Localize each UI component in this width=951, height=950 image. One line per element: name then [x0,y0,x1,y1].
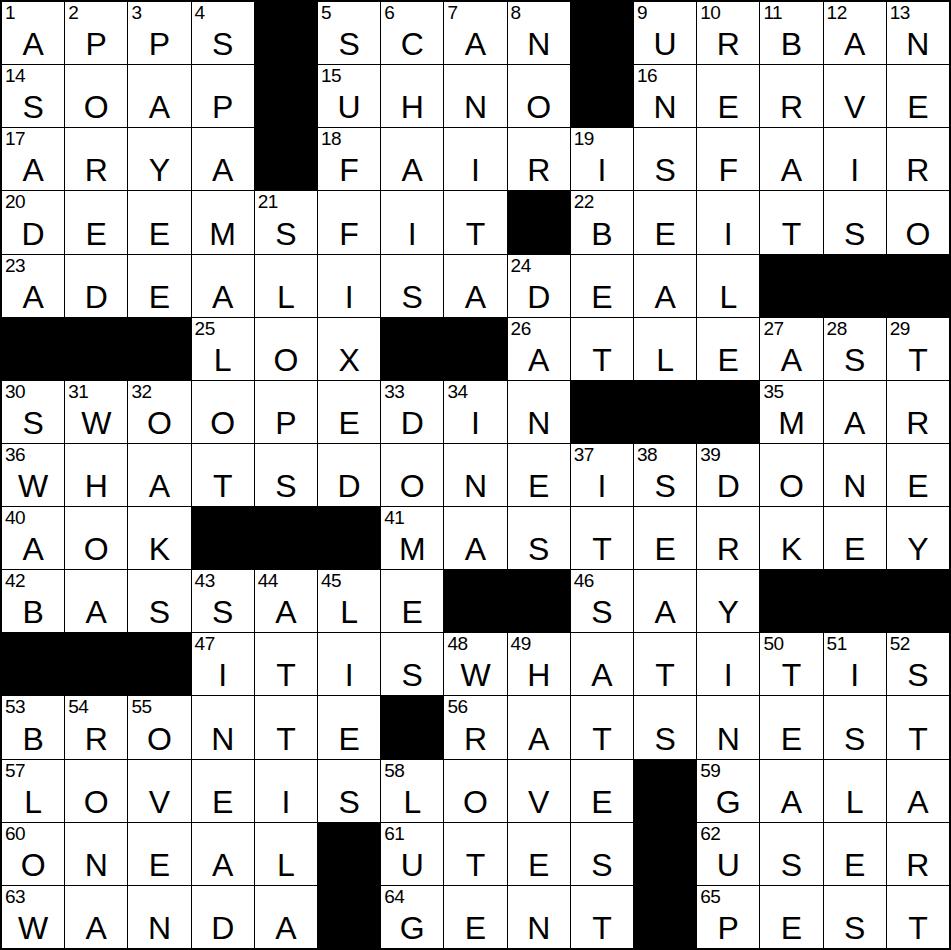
cell-letter: D [318,470,380,502]
cell-letter: M [760,407,822,439]
cell-letter: Y [887,533,949,565]
cell-letter: Y [697,596,759,628]
grid-cell-r15c13[interactable]: E [760,886,822,948]
clue-number: 38 [637,445,657,465]
grid-cell-r7c8[interactable]: 34I [444,381,506,443]
grid-cell-r10c3[interactable]: S [128,570,190,632]
cell-letter: L [824,786,886,818]
clue-number: 44 [258,571,278,591]
clue-number: 5 [321,3,331,23]
clue-number: 6 [384,3,394,23]
cell-letter: O [65,533,127,565]
grid-cell-r5c5[interactable]: L [255,255,317,317]
black-square [444,318,506,380]
grid-cell-r13c4[interactable]: E [192,760,254,822]
clue-number: 28 [827,319,847,339]
cell-letter: O [192,407,254,439]
grid-cell-r2c4[interactable]: P [192,65,254,127]
grid-cell-r4c13[interactable]: T [760,191,822,253]
grid-cell-r14c12[interactable]: 62U [697,823,759,885]
cell-letter: T [444,218,506,250]
cell-letter: I [444,407,506,439]
grid-cell-r7c15[interactable]: R [887,381,949,443]
grid-cell-r5c9[interactable]: 24D [508,255,570,317]
grid-cell-r14c9[interactable]: E [508,823,570,885]
cell-letter: S [508,533,570,565]
black-square [318,823,380,885]
grid-cell-r15c7[interactable]: 64G [381,886,443,948]
grid-cell-r5c2[interactable]: D [65,255,127,317]
cell-letter: I [381,218,443,250]
clue-number: 52 [890,634,910,654]
cell-letter: I [192,659,254,691]
grid-cell-r14c10[interactable]: S [571,823,633,885]
grid-cell-r7c1[interactable]: 30S [2,381,64,443]
grid-cell-r11c15[interactable]: 52S [887,633,949,695]
grid-cell-r1c2[interactable]: 2P [65,2,127,64]
grid-cell-r7c14[interactable]: A [824,381,886,443]
cell-letter: T [571,533,633,565]
cell-letter: W [2,912,64,944]
black-square [634,886,696,948]
grid-cell-r13c13[interactable]: A [760,760,822,822]
grid-cell-r12c13[interactable]: E [760,696,822,758]
grid-cell-r13c7[interactable]: 58L [381,760,443,822]
grid-cell-r1c11[interactable]: 9U [634,2,696,64]
grid-cell-r9c8[interactable]: A [444,507,506,569]
grid-cell-r10c4[interactable]: 43S [192,570,254,632]
clue-number: 2 [68,3,78,23]
grid-cell-r3c11[interactable]: S [634,128,696,190]
grid-cell-r15c8[interactable]: E [444,886,506,948]
grid-cell-r13c2[interactable]: O [65,760,127,822]
grid-cell-r8c1[interactable]: 36W [2,444,64,506]
grid-cell-r11c4[interactable]: 47I [192,633,254,695]
grid-cell-r11c12[interactable]: I [697,633,759,695]
grid-cell-r11c5[interactable]: T [255,633,317,695]
grid-cell-r2c14[interactable]: V [824,65,886,127]
grid-cell-r14c15[interactable]: R [887,823,949,885]
grid-cell-r14c8[interactable]: T [444,823,506,885]
cell-letter: E [697,91,759,123]
grid-cell-r8c3[interactable]: A [128,444,190,506]
black-square [381,696,443,758]
grid-cell-r13c14[interactable]: L [824,760,886,822]
grid-cell-r15c4[interactable]: D [192,886,254,948]
black-square [192,507,254,569]
cell-letter: A [2,281,64,313]
grid-cell-r9c11[interactable]: E [634,507,696,569]
cell-letter: H [65,470,127,502]
grid-cell-r4c3[interactable]: E [128,191,190,253]
grid-cell-r13c5[interactable]: I [255,760,317,822]
cell-letter: O [508,91,570,123]
grid-cell-r8c4[interactable]: T [192,444,254,506]
grid-cell-r6c5[interactable]: O [255,318,317,380]
grid-cell-r11c6[interactable]: I [318,633,380,695]
cell-letter: T [444,849,506,881]
clue-number: 3 [131,3,141,23]
grid-cell-r13c10[interactable]: E [571,760,633,822]
grid-cell-r3c14[interactable]: I [824,128,886,190]
clue-number: 29 [890,319,910,339]
cell-letter: T [760,218,822,250]
grid-cell-r7c13[interactable]: 35M [760,381,822,443]
cell-letter: D [508,281,570,313]
grid-cell-r3c8[interactable]: I [444,128,506,190]
grid-cell-r7c7[interactable]: 33D [381,381,443,443]
grid-cell-r14c2[interactable]: N [65,823,127,885]
grid-cell-r13c1[interactable]: 57L [2,760,64,822]
cell-letter: A [444,533,506,565]
grid-cell-r5c4[interactable]: A [192,255,254,317]
grid-cell-r8c10[interactable]: 37I [571,444,633,506]
grid-cell-r7c3[interactable]: 32O [128,381,190,443]
grid-cell-r12c12[interactable]: N [697,696,759,758]
cell-letter: A [760,786,822,818]
grid-cell-r3c2[interactable]: R [65,128,127,190]
clue-number: 26 [511,319,531,339]
clue-number: 55 [131,697,151,717]
cell-letter: P [192,91,254,123]
grid-cell-r12c4[interactable]: N [192,696,254,758]
grid-cell-r10c5[interactable]: 44A [255,570,317,632]
grid-cell-r11c13[interactable]: 50T [760,633,822,695]
cell-letter: E [634,218,696,250]
grid-cell-r12c5[interactable]: T [255,696,317,758]
grid-cell-r1c14[interactable]: 12A [824,2,886,64]
grid-cell-r15c9[interactable]: N [508,886,570,948]
cell-letter: S [824,218,886,250]
grid-cell-r6c13[interactable]: 27A [760,318,822,380]
grid-cell-r6c14[interactable]: 28S [824,318,886,380]
grid-cell-r9c14[interactable]: E [824,507,886,569]
clue-number: 12 [827,3,847,23]
grid-cell-r11c10[interactable]: A [571,633,633,695]
grid-cell-r2c8[interactable]: N [444,65,506,127]
grid-cell-r3c15[interactable]: R [887,128,949,190]
cell-letter: E [760,912,822,944]
grid-cell-r3c12[interactable]: F [697,128,759,190]
clue-number: 18 [321,129,341,149]
grid-cell-r10c7[interactable]: E [381,570,443,632]
grid-cell-r2c12[interactable]: E [697,65,759,127]
cell-letter: E [128,281,190,313]
crossword-grid: 1A2P3P4S5S6C7A8N9U10R11B12A13N14SOAP15UH… [0,0,951,950]
cell-letter: S [255,470,317,502]
grid-cell-r8c12[interactable]: 39D [697,444,759,506]
grid-cell-r6c12[interactable]: E [697,318,759,380]
grid-cell-r6c10[interactable]: T [571,318,633,380]
grid-cell-r14c14[interactable]: E [824,823,886,885]
cell-letter: E [824,849,886,881]
cell-letter: B [2,596,64,628]
grid-cell-r15c5[interactable]: A [255,886,317,948]
black-square [2,318,64,380]
black-square [255,2,317,64]
grid-cell-r3c3[interactable]: Y [128,128,190,190]
grid-cell-r12c8[interactable]: 56R [444,696,506,758]
grid-cell-r12c3[interactable]: 55O [128,696,190,758]
cell-letter: P [255,407,317,439]
grid-cell-r2c1[interactable]: 14S [2,65,64,127]
clue-number: 19 [574,129,594,149]
black-square [318,507,380,569]
cell-letter: T [887,723,949,755]
grid-cell-r1c4[interactable]: 4S [192,2,254,64]
cell-letter: I [824,659,886,691]
grid-cell-r13c15[interactable]: A [887,760,949,822]
black-square [128,318,190,380]
clue-number: 47 [195,634,215,654]
grid-cell-r4c7[interactable]: I [381,191,443,253]
grid-cell-r7c5[interactable]: P [255,381,317,443]
black-square [634,381,696,443]
grid-cell-r2c9[interactable]: O [508,65,570,127]
cell-letter: E [508,849,570,881]
grid-cell-r3c9[interactable]: R [508,128,570,190]
grid-cell-r1c6[interactable]: 5S [318,2,380,64]
grid-cell-r12c1[interactable]: 53B [2,696,64,758]
grid-cell-r10c6[interactable]: 45L [318,570,380,632]
grid-cell-r5c10[interactable]: E [571,255,633,317]
cell-letter: R [65,723,127,755]
cell-letter: E [65,218,127,250]
cell-letter: O [444,786,506,818]
grid-cell-r8c8[interactable]: N [444,444,506,506]
grid-cell-r13c6[interactable]: S [318,760,380,822]
clue-number: 53 [5,697,25,717]
grid-cell-r7c2[interactable]: 31W [65,381,127,443]
grid-cell-r6c4[interactable]: 25L [192,318,254,380]
cell-letter: R [887,407,949,439]
cell-letter: A [65,912,127,944]
grid-cell-r2c15[interactable]: E [887,65,949,127]
cell-letter: T [760,659,822,691]
grid-cell-r2c3[interactable]: A [128,65,190,127]
clue-number: 21 [258,192,278,212]
grid-cell-r9c1[interactable]: 40A [2,507,64,569]
grid-cell-r6c11[interactable]: L [634,318,696,380]
grid-cell-r1c1[interactable]: 1A [2,2,64,64]
grid-cell-r4c5[interactable]: 21S [255,191,317,253]
grid-cell-r12c10[interactable]: T [571,696,633,758]
grid-cell-r10c2[interactable]: A [65,570,127,632]
grid-cell-r1c13[interactable]: 11B [760,2,822,64]
grid-cell-r5c11[interactable]: A [634,255,696,317]
clue-number: 30 [5,382,25,402]
grid-cell-r10c10[interactable]: 46S [571,570,633,632]
grid-cell-r4c14[interactable]: S [824,191,886,253]
grid-cell-r12c6[interactable]: E [318,696,380,758]
clue-number: 46 [574,571,594,591]
cell-letter: E [318,723,380,755]
clue-number: 49 [511,634,531,654]
grid-cell-r6c6[interactable]: X [318,318,380,380]
grid-cell-r5c1[interactable]: 23A [2,255,64,317]
grid-cell-r3c6[interactable]: 18F [318,128,380,190]
grid-cell-r10c1[interactable]: 42B [2,570,64,632]
grid-cell-r6c15[interactable]: 29T [887,318,949,380]
cell-letter: G [697,786,759,818]
grid-cell-r1c15[interactable]: 13N [887,2,949,64]
grid-cell-r4c1[interactable]: 20D [2,191,64,253]
clue-number: 7 [447,3,457,23]
grid-cell-r3c1[interactable]: 17A [2,128,64,190]
grid-cell-r12c15[interactable]: T [887,696,949,758]
grid-cell-r9c12[interactable]: R [697,507,759,569]
grid-cell-r8c15[interactable]: E [887,444,949,506]
grid-cell-r10c12[interactable]: Y [697,570,759,632]
cell-letter: O [65,91,127,123]
grid-cell-r12c11[interactable]: S [634,696,696,758]
grid-cell-r9c13[interactable]: K [760,507,822,569]
grid-cell-r3c13[interactable]: A [760,128,822,190]
cell-letter: X [318,344,380,376]
clue-number: 54 [68,697,88,717]
cell-letter: V [128,786,190,818]
grid-cell-r14c4[interactable]: A [192,823,254,885]
grid-cell-r4c12[interactable]: I [697,191,759,253]
grid-cell-r9c2[interactable]: O [65,507,127,569]
grid-cell-r7c9[interactable]: N [508,381,570,443]
grid-cell-r12c2[interactable]: 54R [65,696,127,758]
black-square [318,886,380,948]
grid-cell-r5c8[interactable]: A [444,255,506,317]
grid-cell-r4c6[interactable]: F [318,191,380,253]
cell-letter: K [760,533,822,565]
grid-cell-r8c9[interactable]: E [508,444,570,506]
black-square [508,570,570,632]
black-square [760,255,822,317]
grid-cell-r7c4[interactable]: O [192,381,254,443]
grid-cell-r4c15[interactable]: O [887,191,949,253]
grid-cell-r9c3[interactable]: K [128,507,190,569]
grid-cell-r8c2[interactable]: H [65,444,127,506]
grid-cell-r14c3[interactable]: E [128,823,190,885]
grid-cell-r15c2[interactable]: A [65,886,127,948]
grid-cell-r15c10[interactable]: T [571,886,633,948]
black-square [824,255,886,317]
grid-cell-r9c7[interactable]: 41M [381,507,443,569]
grid-cell-r4c11[interactable]: E [634,191,696,253]
grid-cell-r6c9[interactable]: 26A [508,318,570,380]
black-square [444,570,506,632]
grid-cell-r4c10[interactable]: 22B [571,191,633,253]
grid-cell-r14c7[interactable]: 61U [381,823,443,885]
black-square [508,191,570,253]
grid-cell-r5c12[interactable]: L [697,255,759,317]
cell-letter: U [381,849,443,881]
grid-cell-r8c14[interactable]: N [824,444,886,506]
grid-cell-r3c7[interactable]: A [381,128,443,190]
grid-cell-r13c9[interactable]: V [508,760,570,822]
grid-cell-r8c11[interactable]: 38S [634,444,696,506]
grid-cell-r1c9[interactable]: 8N [508,2,570,64]
grid-cell-r9c9[interactable]: S [508,507,570,569]
grid-cell-r2c7[interactable]: H [381,65,443,127]
cell-letter: A [381,154,443,186]
grid-cell-r2c13[interactable]: R [760,65,822,127]
grid-cell-r5c6[interactable]: I [318,255,380,317]
grid-cell-r2c6[interactable]: 15U [318,65,380,127]
grid-cell-r1c8[interactable]: 7A [444,2,506,64]
grid-cell-r4c2[interactable]: E [65,191,127,253]
cell-letter: A [824,28,886,60]
grid-cell-r1c7[interactable]: 6C [381,2,443,64]
cell-letter: R [65,154,127,186]
cell-letter: S [255,218,317,250]
clue-number: 60 [5,824,25,844]
grid-cell-r9c15[interactable]: Y [887,507,949,569]
grid-cell-r13c12[interactable]: 59G [697,760,759,822]
cell-letter: S [192,596,254,628]
cell-letter: I [444,154,506,186]
grid-cell-r8c7[interactable]: O [381,444,443,506]
grid-cell-r11c9[interactable]: 49H [508,633,570,695]
grid-cell-r14c13[interactable]: S [760,823,822,885]
black-square [65,633,127,695]
grid-cell-r15c15[interactable]: T [887,886,949,948]
cell-letter: R [444,723,506,755]
cell-letter: E [381,596,443,628]
cell-letter: V [824,91,886,123]
clue-number: 15 [321,66,341,86]
grid-cell-r3c10[interactable]: 19I [571,128,633,190]
grid-cell-r11c14[interactable]: 51I [824,633,886,695]
grid-cell-r5c7[interactable]: S [381,255,443,317]
grid-cell-r2c11[interactable]: 16N [634,65,696,127]
cell-letter: S [192,28,254,60]
clue-number: 24 [511,256,531,276]
grid-cell-r10c11[interactable]: A [634,570,696,632]
clue-number: 57 [5,761,25,781]
cell-letter: U [697,849,759,881]
grid-cell-r11c11[interactable]: T [634,633,696,695]
grid-cell-r15c3[interactable]: N [128,886,190,948]
grid-cell-r14c1[interactable]: 60O [2,823,64,885]
grid-cell-r12c14[interactable]: S [824,696,886,758]
grid-cell-r3c4[interactable]: A [192,128,254,190]
grid-cell-r5c3[interactable]: E [128,255,190,317]
grid-cell-r11c8[interactable]: 48W [444,633,506,695]
cell-letter: E [128,218,190,250]
grid-cell-r15c14[interactable]: S [824,886,886,948]
grid-cell-r7c6[interactable]: E [318,381,380,443]
cell-letter: I [571,470,633,502]
grid-cell-r4c8[interactable]: T [444,191,506,253]
grid-cell-r15c1[interactable]: 63W [2,886,64,948]
grid-cell-r1c3[interactable]: 3P [128,2,190,64]
cell-letter: T [571,912,633,944]
grid-cell-r2c2[interactable]: O [65,65,127,127]
grid-cell-r8c5[interactable]: S [255,444,317,506]
cell-letter: O [128,723,190,755]
grid-cell-r13c8[interactable]: O [444,760,506,822]
grid-cell-r8c6[interactable]: D [318,444,380,506]
cell-letter: N [444,470,506,502]
grid-cell-r14c5[interactable]: L [255,823,317,885]
grid-cell-r1c12[interactable]: 10R [697,2,759,64]
grid-cell-r12c9[interactable]: A [508,696,570,758]
grid-cell-r13c3[interactable]: V [128,760,190,822]
cell-letter: H [381,91,443,123]
grid-cell-r15c12[interactable]: 65P [697,886,759,948]
grid-cell-r9c10[interactable]: T [571,507,633,569]
grid-cell-r8c13[interactable]: O [760,444,822,506]
grid-cell-r11c7[interactable]: S [381,633,443,695]
grid-cell-r4c4[interactable]: M [192,191,254,253]
